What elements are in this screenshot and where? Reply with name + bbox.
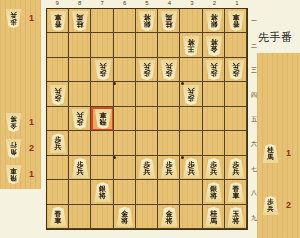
square-3-6[interactable] (180, 131, 202, 155)
square-9-8[interactable] (47, 180, 69, 204)
square-3-5[interactable] (180, 107, 202, 131)
square-7-7[interactable] (91, 156, 113, 180)
piece-歩兵[interactable]: 歩兵 (49, 133, 67, 153)
square-3-4[interactable]: 歩兵 (180, 82, 202, 106)
square-5-9[interactable] (136, 205, 158, 229)
square-6-5[interactable] (114, 107, 136, 131)
square-8-8[interactable] (69, 180, 91, 204)
square-8-9[interactable] (69, 205, 91, 229)
square-5-5[interactable] (136, 107, 158, 131)
square-4-1[interactable]: 桂馬 (158, 9, 180, 33)
square-6-1[interactable] (114, 9, 136, 33)
square-8-4[interactable] (69, 82, 91, 106)
piece-香車[interactable]: 香車 (227, 182, 245, 202)
square-2-7[interactable]: 歩兵 (203, 156, 225, 180)
piece-歩兵[interactable]: 歩兵 (160, 60, 178, 80)
piece-桂馬[interactable]: 桂馬 (71, 11, 89, 31)
square-4-8[interactable] (158, 180, 180, 204)
star-point (113, 82, 116, 85)
shogi-board: 香車桂馬銀将桂馬銀将香車王将金将歩兵歩兵歩兵歩兵歩兵歩兵歩兵歩兵飛車歩兵歩兵歩兵… (46, 8, 248, 230)
piece-王将[interactable]: 王将 (182, 36, 200, 56)
square-2-3[interactable]: 歩兵 (203, 58, 225, 82)
turn-indicator: 先手番 (258, 30, 300, 45)
square-6-3[interactable] (114, 58, 136, 82)
square-4-6[interactable] (158, 131, 180, 155)
star-point (181, 156, 184, 159)
piece-歩兵[interactable]: 歩兵 (182, 158, 200, 178)
square-6-4[interactable] (114, 82, 136, 106)
square-1-2[interactable] (225, 33, 247, 57)
piece-歩兵[interactable]: 歩兵 (94, 60, 112, 80)
file-label-2: 2 (209, 0, 219, 7)
piece-桂馬[interactable]: 桂馬 (205, 207, 223, 227)
rank-label-2: 二 (250, 42, 258, 51)
square-7-1[interactable] (91, 9, 113, 33)
piece-飛車[interactable]: 飛車 (94, 109, 112, 129)
square-9-4[interactable]: 歩兵 (47, 82, 69, 106)
square-9-3[interactable] (47, 58, 69, 82)
square-7-6[interactable] (91, 131, 113, 155)
piece-金将[interactable]: 金将 (116, 207, 134, 227)
gote-hand-飛車[interactable]: 飛車1 (0, 165, 41, 187)
square-3-1[interactable] (180, 9, 202, 33)
square-6-7[interactable] (114, 156, 136, 180)
piece-銀将[interactable]: 銀将 (138, 11, 156, 31)
square-3-9[interactable] (180, 205, 202, 229)
square-8-6[interactable] (69, 131, 91, 155)
square-3-7[interactable]: 歩兵 (180, 156, 202, 180)
square-9-1[interactable]: 香車 (47, 9, 69, 33)
square-7-8[interactable]: 銀将 (91, 180, 113, 204)
square-2-9[interactable]: 桂馬 (203, 205, 225, 229)
square-8-5[interactable]: 歩兵 (69, 107, 91, 131)
square-4-4[interactable] (158, 82, 180, 106)
file-label-4: 4 (164, 0, 174, 7)
square-9-7[interactable] (47, 156, 69, 180)
file-label-8: 8 (75, 0, 85, 7)
square-4-5[interactable] (158, 107, 180, 131)
square-5-8[interactable] (136, 180, 158, 204)
piece-香車[interactable]: 香車 (49, 11, 67, 31)
hand-count: 2 (29, 143, 34, 153)
square-1-1[interactable]: 香車 (225, 9, 247, 33)
piece-桂馬[interactable]: 桂馬 (262, 144, 279, 163)
gote-captured-tray: 歩兵1金将1角行2飛車1 (0, 0, 41, 189)
square-3-2[interactable]: 王将 (180, 33, 202, 57)
piece-歩兵[interactable]: 歩兵 (227, 158, 245, 178)
square-4-7[interactable]: 歩兵 (158, 156, 180, 180)
piece-歩兵[interactable]: 歩兵 (227, 60, 245, 80)
square-1-3[interactable]: 歩兵 (225, 58, 247, 82)
piece-歩兵[interactable]: 歩兵 (160, 158, 178, 178)
piece-歩兵[interactable]: 歩兵 (262, 196, 279, 215)
square-9-5[interactable] (47, 107, 69, 131)
piece-歩兵[interactable]: 歩兵 (71, 109, 89, 129)
piece-香車[interactable]: 香車 (227, 11, 245, 31)
hand-count: 1 (286, 148, 291, 158)
file-label-5: 5 (142, 0, 152, 7)
piece-歩兵[interactable]: 歩兵 (205, 158, 223, 178)
piece-香車[interactable]: 香車 (49, 207, 67, 227)
square-8-1[interactable]: 桂馬 (69, 9, 91, 33)
square-2-5[interactable] (203, 107, 225, 131)
square-1-4[interactable] (225, 82, 247, 106)
piece-歩兵[interactable]: 歩兵 (138, 158, 156, 178)
square-6-6[interactable] (114, 131, 136, 155)
piece-玉将[interactable]: 玉将 (227, 207, 245, 227)
square-7-3[interactable]: 歩兵 (91, 58, 113, 82)
square-2-6[interactable] (203, 131, 225, 155)
piece-飛車[interactable]: 飛車 (5, 165, 22, 184)
square-2-2[interactable]: 金将 (203, 33, 225, 57)
sente-hand-桂馬[interactable]: 桂馬1 (257, 144, 298, 166)
square-5-2[interactable] (136, 33, 158, 57)
square-8-2[interactable] (69, 33, 91, 57)
piece-銀将[interactable]: 銀将 (94, 182, 112, 202)
square-4-3[interactable]: 歩兵 (158, 58, 180, 82)
square-6-2[interactable] (114, 33, 136, 57)
piece-角行[interactable]: 角行 (5, 139, 22, 158)
square-7-9[interactable] (91, 205, 113, 229)
hand-count: 1 (29, 117, 34, 127)
square-5-6[interactable] (136, 131, 158, 155)
square-5-7[interactable]: 歩兵 (136, 156, 158, 180)
square-3-8[interactable] (180, 180, 202, 204)
square-2-4[interactable] (203, 82, 225, 106)
square-2-1[interactable]: 銀将 (203, 9, 225, 33)
square-6-9[interactable]: 金将 (114, 205, 136, 229)
square-7-2[interactable] (91, 33, 113, 57)
file-label-7: 7 (97, 0, 107, 7)
piece-歩兵[interactable]: 歩兵 (49, 85, 67, 105)
square-5-4[interactable] (136, 82, 158, 106)
square-1-6[interactable] (225, 131, 247, 155)
piece-歩兵[interactable]: 歩兵 (138, 60, 156, 80)
square-8-7[interactable]: 歩兵 (69, 156, 91, 180)
piece-桂馬[interactable]: 桂馬 (160, 11, 178, 31)
hand-count: 1 (29, 169, 34, 179)
square-1-5[interactable] (225, 107, 247, 131)
square-1-9[interactable]: 玉将 (225, 205, 247, 229)
sente-hand-歩兵[interactable]: 歩兵2 (257, 196, 298, 218)
piece-歩兵[interactable]: 歩兵 (182, 85, 200, 105)
piece-金将[interactable]: 金将 (5, 113, 22, 132)
square-2-8[interactable]: 銀将 (203, 180, 225, 204)
square-7-5[interactable]: 飛車 (91, 107, 113, 131)
square-7-4[interactable] (91, 82, 113, 106)
star-point (113, 156, 116, 159)
file-label-1: 1 (232, 0, 242, 7)
square-9-6[interactable]: 歩兵 (47, 131, 69, 155)
gote-hand-角行[interactable]: 角行2 (0, 139, 41, 161)
piece-金将[interactable]: 金将 (160, 207, 178, 227)
file-label-6: 6 (120, 0, 130, 7)
square-5-1[interactable]: 銀将 (136, 9, 158, 33)
square-9-9[interactable]: 香車 (47, 205, 69, 229)
piece-銀将[interactable]: 銀将 (205, 11, 223, 31)
file-label-3: 3 (187, 0, 197, 7)
square-1-7[interactable]: 歩兵 (225, 156, 247, 180)
piece-金将[interactable]: 金将 (205, 36, 223, 56)
gote-hand-歩兵[interactable]: 歩兵1 (0, 9, 41, 31)
square-5-3[interactable]: 歩兵 (136, 58, 158, 82)
square-4-2[interactable] (158, 33, 180, 57)
hand-count: 1 (29, 13, 34, 23)
piece-歩兵[interactable]: 歩兵 (5, 9, 22, 28)
square-3-3[interactable] (180, 58, 202, 82)
square-9-2[interactable] (47, 33, 69, 57)
shogi-app: 歩兵1金将1角行2飛車1 987654321 香車桂馬銀将桂馬銀将香車王将金将歩… (0, 0, 300, 238)
hand-count: 2 (286, 200, 291, 210)
square-1-8[interactable]: 香車 (225, 180, 247, 204)
file-label-9: 9 (52, 0, 62, 7)
rank-label-1: 一 (250, 17, 258, 26)
square-6-8[interactable] (114, 180, 136, 204)
piece-歩兵[interactable]: 歩兵 (71, 158, 89, 178)
piece-歩兵[interactable]: 歩兵 (205, 60, 223, 80)
square-8-3[interactable] (69, 58, 91, 82)
piece-銀将[interactable]: 銀将 (205, 182, 223, 202)
square-4-9[interactable]: 金将 (158, 205, 180, 229)
gote-hand-金将[interactable]: 金将1 (0, 113, 41, 135)
sente-captured-tray: 桂馬1歩兵2 (257, 53, 300, 238)
star-point (181, 82, 184, 85)
